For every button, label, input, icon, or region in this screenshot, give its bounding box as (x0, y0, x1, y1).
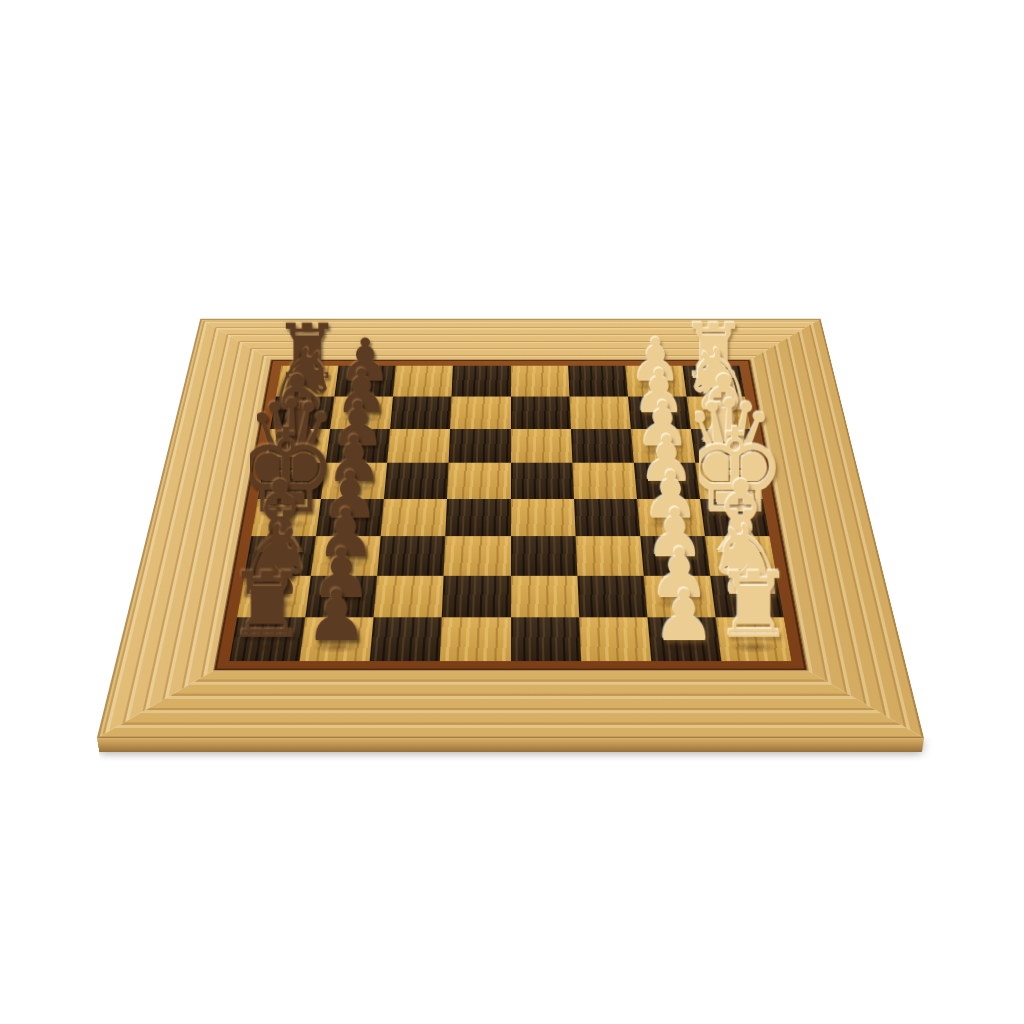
rook-glyph: ♜ (226, 561, 307, 652)
rook-glyph: ♜ (714, 561, 795, 652)
chess-set-photo: ♜♟♟♜♞♟♟♞♝♟♟♝♛♟♟♛♚♟♟♚♝♟♟♝♞♟♟♞♜♟♟♜ (0, 0, 1024, 1024)
piece-white-pawn[interactable]: ♟ (646, 577, 723, 648)
piece-black-pawn[interactable]: ♟ (298, 577, 375, 648)
board-front-edge (97, 738, 924, 752)
chess-board: ♜♟♟♜♞♟♟♞♝♟♟♝♛♟♟♛♚♟♟♚♝♟♟♝♞♟♟♞♜♟♟♜ (97, 319, 924, 738)
pawn-glyph: ♟ (305, 580, 368, 651)
piece-white-rook[interactable]: ♜ (716, 557, 793, 648)
pawn-glyph: ♟ (653, 580, 716, 651)
piece-black-rook[interactable]: ♜ (228, 557, 305, 648)
